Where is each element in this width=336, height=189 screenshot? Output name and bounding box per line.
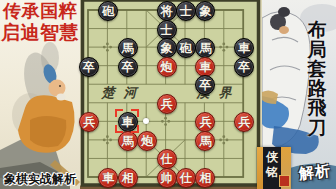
piece-glyph: 馬: [122, 39, 134, 57]
piece-black-soldier[interactable]: 卒: [79, 57, 99, 77]
piece-red-horse[interactable]: 馬: [195, 131, 215, 151]
piece-red-soldier[interactable]: 兵: [195, 112, 215, 132]
piece-red-elephant[interactable]: 相: [118, 168, 138, 188]
piece-glyph: 相: [199, 169, 211, 187]
piece-glyph: 馬: [122, 132, 134, 150]
xiangqi-board: 砲将士象士馬象砲馬車卒卒炮車卒卒兵兵車兵兵馬炮馬仕車相帅仕相 楚河漢界: [80, 0, 262, 189]
piece-red-cannon[interactable]: 炮: [157, 57, 177, 77]
piece-black-cannon[interactable]: 砲: [176, 38, 196, 58]
vertical-title-char: 刀: [308, 118, 327, 138]
piece-black-elephant[interactable]: 象: [195, 1, 215, 21]
piece-glyph: 相: [122, 169, 134, 187]
piece-red-elephant[interactable]: 相: [195, 168, 215, 188]
piece-red-advisor[interactable]: 仕: [157, 149, 177, 169]
piece-red-soldier[interactable]: 兵: [234, 112, 254, 132]
vertical-title-char: 路: [308, 79, 327, 99]
piece-glyph: 馬: [199, 132, 211, 150]
piece-glyph: 兵: [238, 113, 250, 131]
piece-red-horse[interactable]: 馬: [118, 131, 138, 151]
piece-glyph: 砲: [102, 2, 114, 20]
book-cover: 侠铭: [257, 147, 291, 189]
piece-glyph: 士: [180, 2, 192, 20]
piece-glyph: 仕: [161, 150, 173, 168]
piece-glyph: 馬: [199, 39, 211, 57]
piece-red-chariot[interactable]: 車: [98, 168, 118, 188]
piece-glyph: 車: [199, 58, 211, 76]
vertical-title-char: 布: [308, 20, 327, 40]
book-seal: [279, 175, 290, 187]
piece-glyph: 卒: [83, 58, 95, 76]
piece-black-soldier[interactable]: 卒: [195, 75, 215, 95]
piece-red-chariot[interactable]: 車: [195, 57, 215, 77]
piece-black-advisor[interactable]: 士: [176, 1, 196, 21]
move-from-marker: [143, 118, 149, 124]
piece-red-advisor[interactable]: 仕: [176, 168, 196, 188]
slogan-line-2: 启迪智慧: [0, 23, 80, 43]
piece-glyph: 炮: [141, 132, 153, 150]
piece-glyph: 帅: [161, 169, 173, 187]
piece-glyph: 卒: [122, 58, 134, 76]
piece-glyph: 士: [161, 21, 173, 39]
piece-black-horse[interactable]: 馬: [118, 38, 138, 58]
book-right-strip: [281, 147, 291, 189]
vertical-title-char: 套: [308, 59, 327, 79]
piece-glyph: 車: [122, 113, 134, 131]
piece-black-advisor[interactable]: 士: [157, 20, 177, 40]
piece-glyph: 仕: [180, 169, 192, 187]
piece-red-cannon[interactable]: 炮: [137, 131, 157, 151]
piece-black-soldier[interactable]: 卒: [118, 57, 138, 77]
piece-black-soldier[interactable]: 卒: [234, 57, 254, 77]
video-thumbnail[interactable]: 传承国粹 启迪智慧 象棋实战解析 砲将士象士馬象砲馬車卒卒炮車卒卒兵兵車兵兵馬炮…: [0, 0, 336, 189]
piece-black-cannon[interactable]: 砲: [98, 1, 118, 21]
piece-black-elephant[interactable]: 象: [157, 38, 177, 58]
piece-black-general[interactable]: 将: [157, 1, 177, 21]
vertical-title: 布局套路飛刀: [305, 20, 329, 137]
piece-glyph: 兵: [199, 113, 211, 131]
piece-glyph: 車: [238, 39, 250, 57]
piece-red-soldier[interactable]: 兵: [157, 94, 177, 114]
piece-glyph: 卒: [199, 76, 211, 94]
piece-glyph: 兵: [83, 113, 95, 131]
slogan-line-1: 传承国粹: [0, 1, 80, 21]
piece-glyph: 卒: [238, 58, 250, 76]
piece-glyph: 将: [161, 2, 173, 20]
piece-glyph: 象: [161, 39, 173, 57]
piece-red-soldier[interactable]: 兵: [79, 112, 99, 132]
piece-glyph: 炮: [161, 58, 173, 76]
piece-black-chariot[interactable]: 車: [234, 38, 254, 58]
piece-black-horse[interactable]: 馬: [195, 38, 215, 58]
left-panel: 传承国粹 启迪智慧 象棋实战解析: [0, 0, 80, 189]
right-caption: 解析: [298, 161, 332, 183]
vertical-title-char: 局: [308, 40, 327, 60]
piece-glyph: 車: [102, 169, 114, 187]
piece-black-chariot[interactable]: 車: [118, 112, 138, 132]
piece-red-general[interactable]: 帅: [157, 168, 177, 188]
piece-glyph: 兵: [161, 95, 173, 113]
piece-glyph: 砲: [180, 39, 192, 57]
vertical-title-char: 飛: [308, 98, 327, 118]
left-bottom-caption: 象棋实战解析: [0, 171, 80, 188]
pieces-layer: 砲将士象士馬象砲馬車卒卒炮車卒卒兵兵車兵兵馬炮馬仕車相帅仕相: [80, 0, 262, 189]
piece-glyph: 象: [199, 2, 211, 20]
